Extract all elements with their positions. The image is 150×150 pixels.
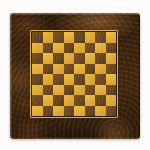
square-a3[interactable]: [32, 85, 43, 96]
square-e1[interactable]: [74, 106, 85, 117]
square-e5[interactable]: [74, 64, 85, 75]
square-b2[interactable]: [43, 95, 54, 106]
photo-background: [0, 0, 150, 150]
square-c3[interactable]: [53, 85, 64, 96]
square-g8[interactable]: [95, 32, 106, 43]
square-h7[interactable]: [106, 43, 117, 54]
square-g2[interactable]: [95, 95, 106, 106]
square-g5[interactable]: [95, 64, 106, 75]
square-f3[interactable]: [85, 85, 96, 96]
square-e4[interactable]: [74, 74, 85, 85]
square-g4[interactable]: [95, 74, 106, 85]
square-b4[interactable]: [43, 74, 54, 85]
square-g1[interactable]: [95, 106, 106, 117]
square-d2[interactable]: [64, 95, 75, 106]
square-e2[interactable]: [74, 95, 85, 106]
square-a8[interactable]: [32, 32, 43, 43]
square-c8[interactable]: [53, 32, 64, 43]
square-d7[interactable]: [64, 43, 75, 54]
square-d5[interactable]: [64, 64, 75, 75]
square-c1[interactable]: [53, 106, 64, 117]
square-c5[interactable]: [53, 64, 64, 75]
square-c6[interactable]: [53, 53, 64, 64]
square-h3[interactable]: [106, 85, 117, 96]
square-f7[interactable]: [85, 43, 96, 54]
board-grid: [32, 32, 116, 116]
square-d1[interactable]: [64, 106, 75, 117]
square-h4[interactable]: [106, 74, 117, 85]
square-a4[interactable]: [32, 74, 43, 85]
square-e8[interactable]: [74, 32, 85, 43]
square-a2[interactable]: [32, 95, 43, 106]
square-e3[interactable]: [74, 85, 85, 96]
square-a1[interactable]: [32, 106, 43, 117]
square-h8[interactable]: [106, 32, 117, 43]
square-b7[interactable]: [43, 43, 54, 54]
square-c4[interactable]: [53, 74, 64, 85]
square-c7[interactable]: [53, 43, 64, 54]
square-f4[interactable]: [85, 74, 96, 85]
square-b6[interactable]: [43, 53, 54, 64]
square-a5[interactable]: [32, 64, 43, 75]
square-g3[interactable]: [95, 85, 106, 96]
square-b8[interactable]: [43, 32, 54, 43]
square-h1[interactable]: [106, 106, 117, 117]
square-d4[interactable]: [64, 74, 75, 85]
square-f2[interactable]: [85, 95, 96, 106]
chess-board: [10, 13, 140, 139]
square-f1[interactable]: [85, 106, 96, 117]
square-e6[interactable]: [74, 53, 85, 64]
square-b3[interactable]: [43, 85, 54, 96]
board-frame-inlay: [30, 30, 118, 118]
square-c2[interactable]: [53, 95, 64, 106]
square-d3[interactable]: [64, 85, 75, 96]
square-f8[interactable]: [85, 32, 96, 43]
square-f6[interactable]: [85, 53, 96, 64]
square-h5[interactable]: [106, 64, 117, 75]
square-f5[interactable]: [85, 64, 96, 75]
square-h2[interactable]: [106, 95, 117, 106]
square-a7[interactable]: [32, 43, 43, 54]
square-b5[interactable]: [43, 64, 54, 75]
square-d6[interactable]: [64, 53, 75, 64]
square-h6[interactable]: [106, 53, 117, 64]
square-a6[interactable]: [32, 53, 43, 64]
square-g7[interactable]: [95, 43, 106, 54]
square-b1[interactable]: [43, 106, 54, 117]
square-e7[interactable]: [74, 43, 85, 54]
square-d8[interactable]: [64, 32, 75, 43]
square-g6[interactable]: [95, 53, 106, 64]
